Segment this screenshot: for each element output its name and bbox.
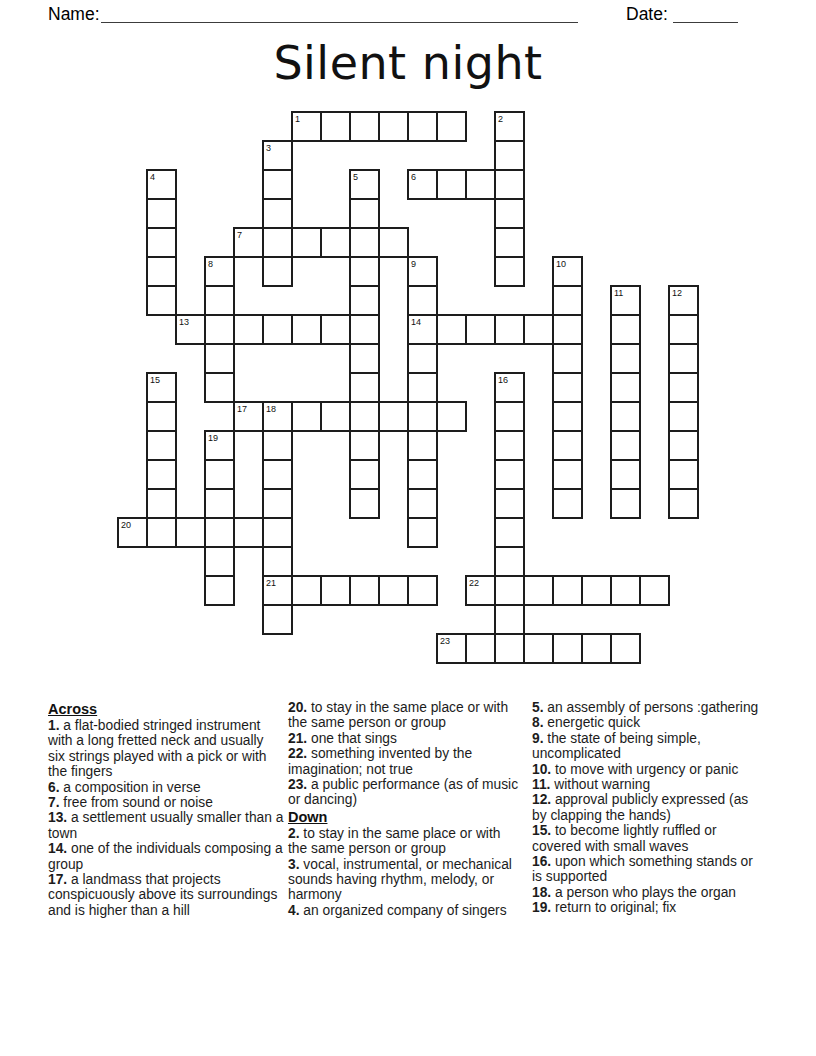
grid-cell[interactable]: 22 — [465, 575, 496, 606]
grid-cell[interactable] — [494, 517, 525, 548]
grid-cell[interactable] — [262, 459, 293, 490]
clue-number: 17 — [237, 404, 247, 414]
grid-cell[interactable] — [523, 633, 554, 664]
grid-cell[interactable] — [552, 343, 583, 374]
grid-cell[interactable] — [465, 314, 496, 345]
grid-cell[interactable] — [610, 372, 641, 403]
clue-number: 13 — [179, 317, 189, 327]
grid-cell[interactable]: 8 — [204, 256, 235, 287]
grid-cell[interactable] — [204, 459, 235, 490]
grid-cell[interactable] — [610, 459, 641, 490]
grid-cell[interactable] — [378, 227, 409, 258]
grid-cell[interactable] — [262, 256, 293, 287]
clue-19: 19. return to original; fix — [532, 900, 765, 915]
grid-cell[interactable] — [204, 343, 235, 374]
grid-cell[interactable] — [668, 459, 699, 490]
grid-cell[interactable]: 19 — [204, 430, 235, 461]
clue-22: 22. something invented by the imaginatio… — [288, 746, 521, 777]
grid-cell[interactable]: 9 — [407, 256, 438, 287]
grid-cell[interactable]: 10 — [552, 256, 583, 287]
grid-cell[interactable] — [349, 314, 380, 345]
grid-cell[interactable]: 16 — [494, 372, 525, 403]
grid-cell[interactable] — [146, 459, 177, 490]
grid-cell[interactable] — [320, 111, 351, 142]
grid-cell[interactable] — [407, 430, 438, 461]
down-heading: Down — [288, 808, 521, 826]
clue-1: 1. a flat-bodied stringed instrument wit… — [48, 718, 284, 780]
clue-number: 19 — [208, 433, 218, 443]
grid-cell[interactable] — [610, 314, 641, 345]
clue-number: 3 — [266, 143, 271, 153]
clue-number: 2 — [498, 114, 503, 124]
grid-cell[interactable] — [204, 285, 235, 316]
grid-cell[interactable] — [494, 488, 525, 519]
grid-cell[interactable] — [320, 227, 351, 258]
clue-number: 7 — [237, 230, 242, 240]
grid-cell[interactable] — [204, 517, 235, 548]
grid-cell[interactable] — [349, 401, 380, 432]
grid-cell[interactable] — [668, 488, 699, 519]
grid-cell[interactable] — [146, 430, 177, 461]
grid-cell[interactable] — [552, 488, 583, 519]
clue-column-2: 20. to stay in the same place or with th… — [288, 700, 521, 918]
grid-cell[interactable] — [436, 111, 467, 142]
grid-cell[interactable]: 3 — [262, 140, 293, 171]
grid-cell[interactable] — [146, 198, 177, 229]
clue-14: 14. one of the individuals composing a g… — [48, 841, 284, 872]
clue-12: 12. approval publicly expressed (as by c… — [532, 792, 765, 823]
grid-cell[interactable] — [668, 430, 699, 461]
clue-number: 12 — [672, 288, 682, 298]
clue-number: 23 — [440, 636, 450, 646]
grid-cell[interactable] — [349, 343, 380, 374]
grid-cell[interactable] — [668, 401, 699, 432]
grid-cell[interactable]: 7 — [233, 227, 264, 258]
grid-cell[interactable] — [407, 517, 438, 548]
name-input-line[interactable] — [101, 2, 578, 23]
grid-cell[interactable] — [610, 343, 641, 374]
grid-cell[interactable] — [349, 198, 380, 229]
grid-cell[interactable]: 4 — [146, 169, 177, 200]
across-heading: Across — [48, 700, 284, 718]
date-label: Date: — [626, 4, 668, 25]
grid-cell[interactable] — [494, 227, 525, 258]
clue-number: 16 — [498, 375, 508, 385]
grid-cell[interactable]: 17 — [233, 401, 264, 432]
clue-7: 7. free from sound or noise — [48, 795, 284, 810]
grid-cell[interactable] — [436, 169, 467, 200]
grid-cell[interactable] — [494, 604, 525, 635]
grid-cell[interactable] — [407, 111, 438, 142]
grid-cell[interactable] — [552, 285, 583, 316]
grid-cell[interactable] — [668, 343, 699, 374]
clue-10: 10. to move with urgency or panic — [532, 762, 765, 777]
grid-cell[interactable] — [262, 488, 293, 519]
grid-cell[interactable] — [523, 575, 554, 606]
clue-20: 20. to stay in the same place or with th… — [288, 700, 521, 731]
grid-cell[interactable] — [523, 314, 554, 345]
clue-16: 16. upon which something stands or is su… — [532, 854, 765, 885]
grid-cell[interactable] — [494, 198, 525, 229]
clue-18: 18. a person who plays the organ — [532, 885, 765, 900]
grid-cell[interactable]: 23 — [436, 633, 467, 664]
grid-cell[interactable] — [552, 575, 583, 606]
grid-cell[interactable] — [262, 604, 293, 635]
grid-cell[interactable] — [494, 430, 525, 461]
grid-cell[interactable] — [494, 459, 525, 490]
grid-cell[interactable]: 12 — [668, 285, 699, 316]
grid-cell[interactable] — [291, 227, 322, 258]
grid-cell[interactable] — [349, 372, 380, 403]
grid-cell[interactable] — [494, 546, 525, 577]
clue-number: 15 — [150, 375, 160, 385]
grid-cell[interactable] — [349, 111, 380, 142]
grid-cell[interactable] — [494, 169, 525, 200]
grid-cell[interactable] — [552, 459, 583, 490]
clue-number: 14 — [411, 317, 421, 327]
grid-cell[interactable] — [204, 372, 235, 403]
grid-cell[interactable] — [668, 314, 699, 345]
grid-cell[interactable] — [262, 198, 293, 229]
grid-cell[interactable] — [407, 343, 438, 374]
grid-cell[interactable] — [668, 372, 699, 403]
clue-9: 9. the state of being simple, uncomplica… — [532, 731, 765, 762]
grid-cell[interactable] — [291, 401, 322, 432]
grid-cell[interactable] — [407, 459, 438, 490]
grid-cell[interactable] — [204, 575, 235, 606]
clue-number: 22 — [469, 578, 479, 588]
clue-number: 21 — [266, 578, 276, 588]
grid-cell[interactable] — [204, 488, 235, 519]
grid-cell[interactable] — [581, 575, 612, 606]
clue-number: 11 — [614, 288, 623, 298]
grid-cell[interactable] — [349, 575, 380, 606]
clue-11: 11. without warning — [532, 777, 765, 792]
clue-4: 4. an organized company of singers — [288, 903, 521, 918]
grid-cell[interactable] — [146, 256, 177, 287]
grid-cell[interactable] — [407, 401, 438, 432]
grid-cell[interactable] — [610, 401, 641, 432]
clue-2: 2. to stay in the same place or with the… — [288, 826, 521, 857]
crossword-grid: 1234567891011121314151617181920212223 — [117, 111, 697, 662]
grid-cell[interactable] — [552, 633, 583, 664]
clue-number: 6 — [411, 172, 416, 182]
grid-cell[interactable] — [494, 256, 525, 287]
clue-3: 3. vocal, instrumental, or mechanical so… — [288, 857, 521, 903]
grid-cell[interactable] — [494, 401, 525, 432]
clue-number: 4 — [150, 172, 155, 182]
grid-cell[interactable] — [262, 517, 293, 548]
grid-cell[interactable] — [349, 285, 380, 316]
grid-cell[interactable]: 14 — [407, 314, 438, 345]
clue-5: 5. an assembly of persons :gathering — [532, 700, 765, 715]
grid-cell[interactable] — [146, 517, 177, 548]
grid-cell[interactable] — [291, 314, 322, 345]
clue-8: 8. energetic quick — [532, 715, 765, 730]
grid-cell[interactable]: 6 — [407, 169, 438, 200]
grid-cell[interactable]: 5 — [349, 169, 380, 200]
grid-cell[interactable] — [349, 227, 380, 258]
grid-cell[interactable]: 13 — [175, 314, 206, 345]
grid-cell[interactable] — [146, 401, 177, 432]
grid-cell[interactable] — [436, 401, 467, 432]
clue-number: 8 — [208, 259, 213, 269]
clue-17: 17. a landmass that projects conspicuous… — [48, 872, 284, 918]
grid-cell[interactable] — [378, 575, 409, 606]
grid-cell[interactable]: 2 — [494, 111, 525, 142]
grid-cell[interactable] — [262, 430, 293, 461]
grid-cell[interactable] — [349, 256, 380, 287]
grid-cell[interactable] — [262, 227, 293, 258]
grid-cell[interactable]: 11 — [610, 285, 641, 316]
grid-cell[interactable] — [349, 459, 380, 490]
grid-cell[interactable] — [407, 575, 438, 606]
grid-cell[interactable] — [262, 314, 293, 345]
grid-cell[interactable] — [378, 111, 409, 142]
grid-cell[interactable] — [610, 430, 641, 461]
grid-cell[interactable] — [320, 314, 351, 345]
grid-cell[interactable] — [262, 546, 293, 577]
clue-number: 10 — [556, 259, 566, 269]
grid-cell[interactable] — [233, 314, 264, 345]
clue-number: 20 — [121, 520, 131, 530]
puzzle-title: Silent night — [0, 36, 816, 90]
clue-23: 23. a public performance (as of music or… — [288, 777, 521, 808]
grid-cell[interactable]: 15 — [146, 372, 177, 403]
grid-cell[interactable] — [146, 285, 177, 316]
grid-cell[interactable] — [494, 633, 525, 664]
grid-cell[interactable]: 21 — [262, 575, 293, 606]
clue-number: 18 — [266, 404, 276, 414]
grid-cell[interactable] — [552, 372, 583, 403]
grid-cell[interactable] — [436, 314, 467, 345]
clue-column-1: Across1. a flat-bodied stringed instrume… — [48, 700, 284, 918]
grid-cell[interactable] — [378, 401, 409, 432]
grid-cell[interactable] — [552, 401, 583, 432]
grid-cell[interactable] — [552, 430, 583, 461]
clue-15: 15. to become lightly ruffled or covered… — [532, 823, 765, 854]
grid-cell[interactable] — [349, 488, 380, 519]
grid-cell[interactable]: 18 — [262, 401, 293, 432]
grid-cell[interactable] — [610, 633, 641, 664]
grid-cell[interactable] — [494, 140, 525, 171]
clue-13: 13. a settlement usually smaller than a … — [48, 810, 284, 841]
grid-cell[interactable] — [552, 314, 583, 345]
grid-cell[interactable] — [233, 517, 264, 548]
grid-cell[interactable] — [146, 488, 177, 519]
grid-cell[interactable] — [581, 633, 612, 664]
grid-cell[interactable] — [465, 169, 496, 200]
clue-number: 1 — [295, 114, 300, 124]
clue-21: 21. one that sings — [288, 731, 521, 746]
clue-number: 9 — [411, 259, 416, 269]
grid-cell[interactable] — [204, 546, 235, 577]
clue-6: 6. a composition in verse — [48, 780, 284, 795]
grid-cell[interactable] — [610, 488, 641, 519]
grid-cell[interactable] — [407, 372, 438, 403]
grid-cell[interactable]: 20 — [117, 517, 148, 548]
grid-cell[interactable] — [639, 575, 670, 606]
grid-cell[interactable] — [610, 575, 641, 606]
worksheet-page: Name: Date: Silent night 123456789101112… — [0, 0, 816, 1056]
grid-cell[interactable] — [320, 401, 351, 432]
grid-cell[interactable] — [291, 575, 322, 606]
grid-cell[interactable] — [175, 517, 206, 548]
name-label: Name: — [48, 4, 100, 25]
grid-cell[interactable] — [465, 633, 496, 664]
grid-cell[interactable] — [494, 575, 525, 606]
grid-cell[interactable] — [407, 488, 438, 519]
date-input-line[interactable] — [673, 2, 738, 23]
grid-cell[interactable]: 1 — [291, 111, 322, 142]
grid-cell[interactable] — [204, 314, 235, 345]
grid-cell[interactable] — [349, 430, 380, 461]
grid-cell[interactable] — [262, 169, 293, 200]
grid-cell[interactable] — [407, 285, 438, 316]
grid-cell[interactable] — [494, 314, 525, 345]
grid-cell[interactable] — [146, 227, 177, 258]
clue-number: 5 — [353, 172, 358, 182]
grid-cell[interactable] — [320, 575, 351, 606]
clue-column-3: 5. an assembly of persons :gathering8. e… — [532, 700, 765, 916]
